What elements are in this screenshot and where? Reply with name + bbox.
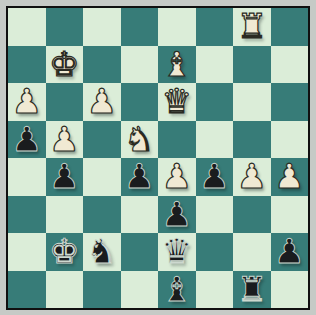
piece-white-bishop[interactable]: ♝ <box>162 46 192 84</box>
square-d4[interactable]: ♟ <box>121 158 159 196</box>
piece-black-king[interactable]: ♚ <box>49 233 79 271</box>
square-g7[interactable] <box>233 46 271 84</box>
square-e5[interactable] <box>158 121 196 159</box>
square-f6[interactable] <box>196 83 234 121</box>
square-e7[interactable]: ♝ <box>158 46 196 84</box>
piece-black-pawn[interactable]: ♟ <box>12 121 42 159</box>
chess-board: ♜♚♝♟♟♛♟♟♞♟♟♟♟♟♟♟♚♞♛♟♝♜ <box>6 6 310 310</box>
square-a6[interactable]: ♟ <box>8 83 46 121</box>
piece-black-bishop[interactable]: ♝ <box>162 271 192 309</box>
piece-black-rook[interactable]: ♜ <box>237 271 267 309</box>
piece-white-pawn[interactable]: ♟ <box>87 83 117 121</box>
piece-white-pawn[interactable]: ♟ <box>12 83 42 121</box>
square-h3[interactable] <box>271 196 309 234</box>
square-h4[interactable]: ♟ <box>271 158 309 196</box>
square-g2[interactable] <box>233 233 271 271</box>
square-b6[interactable] <box>46 83 84 121</box>
piece-white-king[interactable]: ♚ <box>49 46 79 84</box>
square-e8[interactable] <box>158 8 196 46</box>
square-g5[interactable] <box>233 121 271 159</box>
square-e4[interactable]: ♟ <box>158 158 196 196</box>
piece-black-pawn[interactable]: ♟ <box>199 158 229 196</box>
square-d8[interactable] <box>121 8 159 46</box>
piece-white-pawn[interactable]: ♟ <box>274 158 304 196</box>
square-a7[interactable] <box>8 46 46 84</box>
square-d7[interactable] <box>121 46 159 84</box>
square-f3[interactable] <box>196 196 234 234</box>
square-c8[interactable] <box>83 8 121 46</box>
piece-black-pawn[interactable]: ♟ <box>49 158 79 196</box>
square-c2[interactable]: ♞ <box>83 233 121 271</box>
piece-white-queen[interactable]: ♛ <box>162 83 192 121</box>
square-b2[interactable]: ♚ <box>46 233 84 271</box>
piece-white-rook[interactable]: ♜ <box>237 8 267 46</box>
square-d6[interactable] <box>121 83 159 121</box>
square-a4[interactable] <box>8 158 46 196</box>
square-a2[interactable] <box>8 233 46 271</box>
square-f7[interactable] <box>196 46 234 84</box>
square-c4[interactable] <box>83 158 121 196</box>
square-b1[interactable] <box>46 271 84 309</box>
square-g3[interactable] <box>233 196 271 234</box>
square-g8[interactable]: ♜ <box>233 8 271 46</box>
square-b5[interactable]: ♟ <box>46 121 84 159</box>
square-a3[interactable] <box>8 196 46 234</box>
square-a1[interactable] <box>8 271 46 309</box>
square-d5[interactable]: ♞ <box>121 121 159 159</box>
board-frame: ♜♚♝♟♟♛♟♟♞♟♟♟♟♟♟♟♚♞♛♟♝♜ <box>0 0 316 315</box>
square-c5[interactable] <box>83 121 121 159</box>
square-e1[interactable]: ♝ <box>158 271 196 309</box>
square-h6[interactable] <box>271 83 309 121</box>
square-c3[interactable] <box>83 196 121 234</box>
square-f1[interactable] <box>196 271 234 309</box>
piece-white-pawn[interactable]: ♟ <box>237 158 267 196</box>
square-h8[interactable] <box>271 8 309 46</box>
square-f8[interactable] <box>196 8 234 46</box>
piece-black-pawn[interactable]: ♟ <box>124 158 154 196</box>
square-a5[interactable]: ♟ <box>8 121 46 159</box>
square-g6[interactable] <box>233 83 271 121</box>
square-c7[interactable] <box>83 46 121 84</box>
square-d2[interactable] <box>121 233 159 271</box>
square-e2[interactable]: ♛ <box>158 233 196 271</box>
piece-black-pawn[interactable]: ♟ <box>162 196 192 234</box>
square-f5[interactable] <box>196 121 234 159</box>
square-g1[interactable]: ♜ <box>233 271 271 309</box>
square-g4[interactable]: ♟ <box>233 158 271 196</box>
square-d3[interactable] <box>121 196 159 234</box>
piece-white-pawn[interactable]: ♟ <box>162 158 192 196</box>
square-b4[interactable]: ♟ <box>46 158 84 196</box>
square-f2[interactable] <box>196 233 234 271</box>
piece-black-queen[interactable]: ♛ <box>162 233 192 271</box>
square-e6[interactable]: ♛ <box>158 83 196 121</box>
square-b8[interactable] <box>46 8 84 46</box>
square-c6[interactable]: ♟ <box>83 83 121 121</box>
square-e3[interactable]: ♟ <box>158 196 196 234</box>
square-h5[interactable] <box>271 121 309 159</box>
square-h2[interactable]: ♟ <box>271 233 309 271</box>
square-d1[interactable] <box>121 271 159 309</box>
piece-black-pawn[interactable]: ♟ <box>274 233 304 271</box>
square-b7[interactable]: ♚ <box>46 46 84 84</box>
square-h1[interactable] <box>271 271 309 309</box>
square-f4[interactable]: ♟ <box>196 158 234 196</box>
square-b3[interactable] <box>46 196 84 234</box>
square-c1[interactable] <box>83 271 121 309</box>
square-a8[interactable] <box>8 8 46 46</box>
piece-white-knight[interactable]: ♞ <box>124 121 154 159</box>
piece-white-pawn[interactable]: ♟ <box>49 121 79 159</box>
square-h7[interactable] <box>271 46 309 84</box>
piece-black-knight[interactable]: ♞ <box>87 233 117 271</box>
